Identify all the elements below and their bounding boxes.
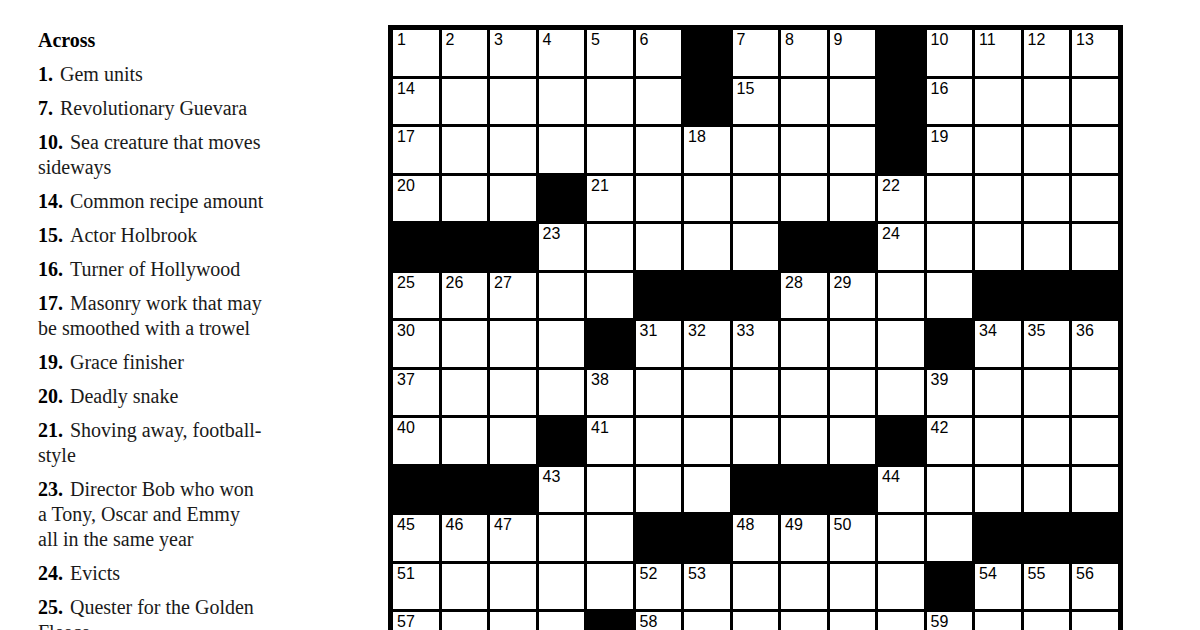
grid-cell-r9c4 [539, 418, 585, 464]
grid-cell-r7c4[interactable] [539, 321, 585, 367]
clue-17-across: 17.Masonry work that may be smoothed wit… [38, 291, 348, 341]
grid-cell-r13c8[interactable] [733, 612, 779, 630]
cell-number: 1 [397, 31, 406, 49]
grid-cell-r5c11[interactable]: 24 [878, 224, 924, 270]
grid-cell-r12c9[interactable] [781, 564, 827, 610]
grid-cell-r3c14[interactable] [1024, 127, 1070, 173]
grid-cell-r1c3[interactable]: 3 [490, 30, 536, 76]
cell-number: 38 [591, 371, 609, 389]
grid-cell-r3c7[interactable]: 18 [684, 127, 730, 173]
grid-cell-r6c6 [636, 273, 682, 319]
cell-number: 15 [737, 80, 755, 98]
grid-cell-r4c6[interactable] [636, 176, 682, 222]
cell-number: 53 [688, 565, 706, 583]
grid-cell-r4c15[interactable] [1072, 176, 1118, 222]
grid-cell-r2c4[interactable] [539, 79, 585, 125]
cell-number: 2 [446, 31, 455, 49]
grid-cell-r10c1 [393, 467, 439, 513]
grid-cell-r11c4[interactable] [539, 515, 585, 561]
grid-cell-r12c5[interactable] [587, 564, 633, 610]
grid-cell-r5c9 [781, 224, 827, 270]
grid-cell-r9c14[interactable] [1024, 418, 1070, 464]
grid-cell-r3c8[interactable] [733, 127, 779, 173]
grid-cell-r2c14[interactable] [1024, 79, 1070, 125]
cell-number: 50 [834, 516, 852, 534]
cell-number: 43 [543, 468, 561, 486]
grid-cell-r12c11[interactable] [878, 564, 924, 610]
grid-cell-r7c12 [927, 321, 973, 367]
clue-text: Grace finisher [70, 351, 184, 373]
grid-cell-r6c8 [733, 273, 779, 319]
grid-cell-r10c12[interactable] [927, 467, 973, 513]
grid-cell-r11c10[interactable]: 50 [830, 515, 876, 561]
grid-cell-r5c14[interactable] [1024, 224, 1070, 270]
grid-cell-r12c3[interactable] [490, 564, 536, 610]
grid-cell-r7c6[interactable]: 31 [636, 321, 682, 367]
grid-cell-r5c6[interactable] [636, 224, 682, 270]
grid-cell-r9c9[interactable] [781, 418, 827, 464]
grid-cell-r12c14[interactable]: 55 [1024, 564, 1070, 610]
grid-cell-r10c10 [830, 467, 876, 513]
grid-cell-r9c10[interactable] [830, 418, 876, 464]
grid-cell-r9c13[interactable] [975, 418, 1021, 464]
grid-cell-r13c5 [587, 612, 633, 630]
clue-number: 15. [38, 224, 63, 246]
grid-cell-r8c9[interactable] [781, 370, 827, 416]
grid-cell-r5c4[interactable]: 23 [539, 224, 585, 270]
grid-cell-r2c11 [878, 79, 924, 125]
grid-cell-r10c8 [733, 467, 779, 513]
clue-text: Director Bob who won a Tony, Oscar and E… [38, 478, 254, 550]
grid-cell-r2c7 [684, 79, 730, 125]
clue-text: Deadly snake [70, 385, 178, 407]
grid-cell-r9c8[interactable] [733, 418, 779, 464]
cell-number: 4 [543, 31, 552, 49]
grid-cell-r1c5[interactable]: 5 [587, 30, 633, 76]
grid-cell-r12c10[interactable] [830, 564, 876, 610]
grid-cell-r13c4[interactable] [539, 612, 585, 630]
grid-cell-r6c9[interactable]: 28 [781, 273, 827, 319]
grid-cell-r8c15[interactable] [1072, 370, 1118, 416]
cell-number: 26 [446, 274, 464, 292]
grid-cell-r11c9[interactable]: 49 [781, 515, 827, 561]
cell-number: 34 [979, 322, 997, 340]
cell-number: 20 [397, 177, 415, 195]
grid-cell-r6c12[interactable] [927, 273, 973, 319]
grid-cell-r8c1[interactable]: 37 [393, 370, 439, 416]
grid-cell-r11c2[interactable]: 46 [442, 515, 488, 561]
grid-cell-r10c13[interactable] [975, 467, 1021, 513]
grid-cell-r5c7[interactable] [684, 224, 730, 270]
grid-cell-r2c5[interactable] [587, 79, 633, 125]
grid-cell-r11c7 [684, 515, 730, 561]
grid-cell-r2c3[interactable] [490, 79, 536, 125]
cell-number: 3 [494, 31, 503, 49]
grid-cell-r13c10[interactable] [830, 612, 876, 630]
clue-20-across: 20.Deadly snake [38, 384, 348, 409]
grid-cell-r2c1[interactable]: 14 [393, 79, 439, 125]
cell-number: 14 [397, 80, 415, 98]
clue-15-across: 15.Actor Holbrook [38, 223, 348, 248]
grid-cell-r6c5[interactable] [587, 273, 633, 319]
cell-number: 16 [931, 80, 949, 98]
grid-cell-r3c3[interactable] [490, 127, 536, 173]
cell-number: 42 [931, 419, 949, 437]
grid-cell-r3c6[interactable] [636, 127, 682, 173]
clue-21-across: 21.Shoving away, football- style [38, 418, 348, 468]
cell-number: 52 [640, 565, 658, 583]
grid-cell-r2c10[interactable] [830, 79, 876, 125]
grid-cell-r9c2[interactable] [442, 418, 488, 464]
grid-cell-r13c11[interactable] [878, 612, 924, 630]
cell-number: 47 [494, 516, 512, 534]
grid-cell-r11c11[interactable] [878, 515, 924, 561]
grid-cell-r9c12[interactable]: 42 [927, 418, 973, 464]
grid-cell-r13c9[interactable] [781, 612, 827, 630]
grid-cell-r13c7[interactable] [684, 612, 730, 630]
grid-cell-r6c1[interactable]: 25 [393, 273, 439, 319]
grid-cell-r9c15[interactable] [1072, 418, 1118, 464]
cell-number: 5 [591, 31, 600, 49]
grid-cell-r6c13 [975, 273, 1021, 319]
grid-cell-r4c9[interactable] [781, 176, 827, 222]
grid-cell-r7c5 [587, 321, 633, 367]
grid-cell-r1c8[interactable]: 7 [733, 30, 779, 76]
grid-cell-r11c13 [975, 515, 1021, 561]
grid-cell-r10c11[interactable]: 44 [878, 467, 924, 513]
cell-number: 9 [834, 31, 843, 49]
grid-cell-r3c12[interactable]: 19 [927, 127, 973, 173]
grid-cell-r4c5[interactable]: 21 [587, 176, 633, 222]
grid-cell-r6c11[interactable] [878, 273, 924, 319]
grid-cell-r8c14[interactable] [1024, 370, 1070, 416]
cell-number: 44 [882, 468, 900, 486]
grid-cell-r7c9[interactable] [781, 321, 827, 367]
grid-cell-r3c13[interactable] [975, 127, 1021, 173]
grid-cell-r10c6[interactable] [636, 467, 682, 513]
grid-cell-r4c3[interactable] [490, 176, 536, 222]
grid-cell-r8c11[interactable] [878, 370, 924, 416]
grid-cell-r2c2[interactable] [442, 79, 488, 125]
clue-7-across: 7.Revolutionary Guevara [38, 96, 348, 121]
grid-cell-r4c2[interactable] [442, 176, 488, 222]
cell-number: 54 [979, 565, 997, 583]
grid-cell-r11c8[interactable]: 48 [733, 515, 779, 561]
clue-number: 19. [38, 351, 63, 373]
grid-cell-r13c1[interactable]: 57 [393, 612, 439, 630]
grid-cell-r2c13[interactable] [975, 79, 1021, 125]
crossword-grid: 1234567891011121314151617181920212223242… [388, 25, 1123, 630]
grid-cell-r5c5[interactable] [587, 224, 633, 270]
grid-cell-r2c15[interactable] [1072, 79, 1118, 125]
cell-number: 45 [397, 516, 415, 534]
grid-cell-r13c13[interactable] [975, 612, 1021, 630]
grid-cell-r10c9 [781, 467, 827, 513]
grid-cell-r12c13[interactable]: 54 [975, 564, 1021, 610]
grid-cell-r6c15 [1072, 273, 1118, 319]
cell-number: 41 [591, 419, 609, 437]
grid-cell-r6c7 [684, 273, 730, 319]
cell-number: 28 [785, 274, 803, 292]
grid-cell-r3c1[interactable]: 17 [393, 127, 439, 173]
grid-cell-r9c6[interactable] [636, 418, 682, 464]
grid-cell-r10c2 [442, 467, 488, 513]
cell-number: 29 [834, 274, 852, 292]
grid-cell-r1c15[interactable]: 13 [1072, 30, 1118, 76]
grid-cell-r12c15[interactable]: 56 [1072, 564, 1118, 610]
grid-cell-r7c15[interactable]: 36 [1072, 321, 1118, 367]
grid-cell-r8c12[interactable]: 39 [927, 370, 973, 416]
grid-cell-r8c10[interactable] [830, 370, 876, 416]
grid-cell-r4c11[interactable]: 22 [878, 176, 924, 222]
clue-number: 7. [38, 97, 53, 119]
grid-cell-r5c2 [442, 224, 488, 270]
grid-cell-r2c9[interactable] [781, 79, 827, 125]
grid-cell-r8c5[interactable]: 38 [587, 370, 633, 416]
cell-number: 25 [397, 274, 415, 292]
grid-cell-r7c1[interactable]: 30 [393, 321, 439, 367]
cell-number: 57 [397, 613, 415, 630]
clue-number: 17. [38, 292, 63, 314]
grid-cell-r8c13[interactable] [975, 370, 1021, 416]
grid-cell-r11c1[interactable]: 45 [393, 515, 439, 561]
grid-cell-r4c13[interactable] [975, 176, 1021, 222]
across-heading: Across [38, 28, 348, 53]
clue-23-across: 23.Director Bob who won a Tony, Oscar an… [38, 477, 348, 552]
cell-number: 35 [1028, 322, 1046, 340]
grid-cell-r1c11 [878, 30, 924, 76]
grid-cell-r2c12[interactable]: 16 [927, 79, 973, 125]
cell-number: 56 [1076, 565, 1094, 583]
grid-cell-r7c13[interactable]: 34 [975, 321, 1021, 367]
grid-cell-r1c4[interactable]: 4 [539, 30, 585, 76]
cell-number: 8 [785, 31, 794, 49]
cell-number: 6 [640, 31, 649, 49]
clue-25-across: 25.Quester for the Golden Fleece [38, 595, 348, 630]
cell-number: 49 [785, 516, 803, 534]
cell-number: 46 [446, 516, 464, 534]
grid-cell-r12c2[interactable] [442, 564, 488, 610]
grid-cell-r7c14[interactable]: 35 [1024, 321, 1070, 367]
grid-cell-r6c3[interactable]: 27 [490, 273, 536, 319]
clue-text: Shoving away, football- style [38, 419, 261, 466]
cell-number: 17 [397, 128, 415, 146]
cell-number: 48 [737, 516, 755, 534]
cell-number: 7 [737, 31, 746, 49]
grid-cell-r11c5[interactable] [587, 515, 633, 561]
grid-cell-r4c1[interactable]: 20 [393, 176, 439, 222]
cell-number: 11 [979, 31, 996, 49]
grid-cell-r6c4[interactable] [539, 273, 585, 319]
clue-1-across: 1.Gem units [38, 62, 348, 87]
cell-number: 19 [931, 128, 949, 146]
clue-19-across: 19.Grace finisher [38, 350, 348, 375]
grid-cell-r12c6[interactable]: 52 [636, 564, 682, 610]
grid-cell-r13c15[interactable] [1072, 612, 1118, 630]
cell-number: 12 [1028, 31, 1046, 49]
grid-cell-r6c14 [1024, 273, 1070, 319]
grid-cell-r1c7 [684, 30, 730, 76]
clue-number: 20. [38, 385, 63, 407]
grid-cell-r9c7[interactable] [684, 418, 730, 464]
clue-10-across: 10.Sea creature that moves sideways [38, 130, 348, 180]
grid-cell-r11c12[interactable] [927, 515, 973, 561]
cell-number: 58 [640, 613, 658, 630]
clue-text: Evicts [70, 562, 120, 584]
crossword-page: Across 1.Gem units 7.Revolutionary Gueva… [0, 0, 1200, 630]
grid-cell-r4c10[interactable] [830, 176, 876, 222]
grid-cell-r12c1[interactable]: 51 [393, 564, 439, 610]
grid-cell-r7c3[interactable] [490, 321, 536, 367]
cell-number: 31 [640, 322, 658, 340]
grid-cell-r11c6 [636, 515, 682, 561]
grid-cell-r3c9[interactable] [781, 127, 827, 173]
grid-cell-r9c11 [878, 418, 924, 464]
grid-cell-r5c8[interactable] [733, 224, 779, 270]
grid-cell-r4c4 [539, 176, 585, 222]
cell-number: 36 [1076, 322, 1094, 340]
grid-cell-r11c15 [1072, 515, 1118, 561]
clue-number: 23. [38, 478, 63, 500]
grid-cell-r7c10[interactable] [830, 321, 876, 367]
grid-cell-r3c2[interactable] [442, 127, 488, 173]
grid-cell-r4c7[interactable] [684, 176, 730, 222]
cell-number: 24 [882, 225, 900, 243]
clue-text: Revolutionary Guevara [60, 97, 247, 119]
grid-cell-r3c4[interactable] [539, 127, 585, 173]
grid-cell-r1c12[interactable]: 10 [927, 30, 973, 76]
grid-cell-r5c3 [490, 224, 536, 270]
clue-text: Common recipe amount [70, 190, 263, 212]
grid-cell-r9c3[interactable] [490, 418, 536, 464]
grid-cell-r5c1 [393, 224, 439, 270]
grid-cell-r7c11[interactable] [878, 321, 924, 367]
grid-cell-r8c6[interactable] [636, 370, 682, 416]
grid-cell-r7c7[interactable]: 32 [684, 321, 730, 367]
grid-cell-r3c15[interactable] [1072, 127, 1118, 173]
grid-cell-r12c12 [927, 564, 973, 610]
cell-number: 40 [397, 419, 415, 437]
grid-cell-r3c10[interactable] [830, 127, 876, 173]
grid-cell-r4c8[interactable] [733, 176, 779, 222]
grid-cell-r13c2[interactable] [442, 612, 488, 630]
grid-cell-r10c5[interactable] [587, 467, 633, 513]
clue-24-across: 24.Evicts [38, 561, 348, 586]
grid-cell-r5c13[interactable] [975, 224, 1021, 270]
clue-number: 1. [38, 63, 53, 85]
grid-cell-r13c6[interactable]: 58 [636, 612, 682, 630]
grid-cell-r13c3[interactable] [490, 612, 536, 630]
clue-number: 24. [38, 562, 63, 584]
clue-number: 21. [38, 419, 63, 441]
grid-cell-r1c2[interactable]: 2 [442, 30, 488, 76]
cell-number: 32 [688, 322, 706, 340]
grid-cell-r11c3[interactable]: 47 [490, 515, 536, 561]
clue-text: Masonry work that may be smoothed with a… [38, 292, 262, 339]
cell-number: 51 [397, 565, 415, 583]
grid-cell-r2c8[interactable]: 15 [733, 79, 779, 125]
clue-text: Sea creature that moves sideways [38, 131, 260, 178]
grid-cell-r1c9[interactable]: 8 [781, 30, 827, 76]
grid-cell-r3c11 [878, 127, 924, 173]
grid-cell-r12c8[interactable] [733, 564, 779, 610]
clue-14-across: 14.Common recipe amount [38, 189, 348, 214]
grid-cell-r10c3 [490, 467, 536, 513]
grid-cell-r1c6[interactable]: 6 [636, 30, 682, 76]
grid-cell-r12c7[interactable]: 53 [684, 564, 730, 610]
cell-number: 10 [931, 31, 949, 49]
grid-cell-r11c14 [1024, 515, 1070, 561]
clue-text: Quester for the Golden Fleece [38, 596, 254, 630]
grid-cell-r6c2[interactable]: 26 [442, 273, 488, 319]
cell-number: 18 [688, 128, 706, 146]
clue-text: Actor Holbrook [70, 224, 197, 246]
grid-cell-r5c10 [830, 224, 876, 270]
cell-number: 13 [1076, 31, 1094, 49]
cell-number: 27 [494, 274, 512, 292]
grid-cell-r8c8[interactable] [733, 370, 779, 416]
cell-number: 39 [931, 371, 949, 389]
grid-cell-r4c12[interactable] [927, 176, 973, 222]
grid-cell-r4c14[interactable] [1024, 176, 1070, 222]
cell-number: 33 [737, 322, 755, 340]
grid-cell-r1c1[interactable]: 1 [393, 30, 439, 76]
grid-cell-r10c14[interactable] [1024, 467, 1070, 513]
cell-number: 59 [931, 613, 949, 630]
grid-cell-r9c1[interactable]: 40 [393, 418, 439, 464]
grid-cell-r6c10[interactable]: 29 [830, 273, 876, 319]
grid-cell-r1c10[interactable]: 9 [830, 30, 876, 76]
cell-number: 21 [591, 177, 609, 195]
grid-cell-r10c4[interactable]: 43 [539, 467, 585, 513]
grid-cell-r5c12[interactable] [927, 224, 973, 270]
clue-number: 25. [38, 596, 63, 618]
grid-cell-r13c14[interactable] [1024, 612, 1070, 630]
grid-cell-r12c4[interactable] [539, 564, 585, 610]
grid-cell-r3c5[interactable] [587, 127, 633, 173]
grid-cell-r8c4[interactable] [539, 370, 585, 416]
clue-number: 16. [38, 258, 63, 280]
grid-cell-r7c8[interactable]: 33 [733, 321, 779, 367]
grid-cell-r5c15[interactable] [1072, 224, 1118, 270]
clue-16-across: 16.Turner of Hollywood [38, 257, 348, 282]
cell-number: 55 [1028, 565, 1046, 583]
grid-cell-r2c6[interactable] [636, 79, 682, 125]
grid-cell-r8c3[interactable] [490, 370, 536, 416]
clue-text: Gem units [60, 63, 143, 85]
clue-number: 14. [38, 190, 63, 212]
grid-cell-r7c2[interactable] [442, 321, 488, 367]
grid-cell-r8c2[interactable] [442, 370, 488, 416]
clue-text: Turner of Hollywood [70, 258, 240, 280]
grid-cell-r10c7[interactable] [684, 467, 730, 513]
cell-number: 37 [397, 371, 415, 389]
grid-cell-r13c12[interactable]: 59 [927, 612, 973, 630]
cell-number: 30 [397, 322, 415, 340]
grid-cell-r8c7[interactable] [684, 370, 730, 416]
clue-number: 10. [38, 131, 63, 153]
cell-number: 23 [543, 225, 561, 243]
grid-cell-r1c13[interactable]: 11 [975, 30, 1021, 76]
grid-cell-r1c14[interactable]: 12 [1024, 30, 1070, 76]
clues-panel: Across 1.Gem units 7.Revolutionary Gueva… [38, 28, 348, 630]
grid-cell-r9c5[interactable]: 41 [587, 418, 633, 464]
grid-cell-r10c15[interactable] [1072, 467, 1118, 513]
cell-number: 22 [882, 177, 900, 195]
